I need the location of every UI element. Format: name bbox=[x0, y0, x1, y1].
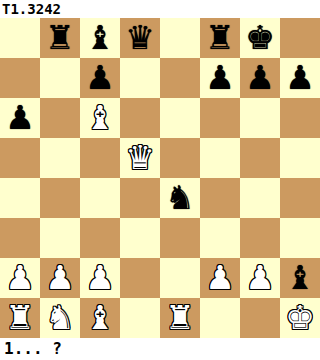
piece-white-pawn: ♟ bbox=[245, 258, 275, 298]
square-f3[interactable] bbox=[200, 218, 240, 258]
square-c2[interactable]: ♟ bbox=[80, 258, 120, 298]
square-c7[interactable]: ♟ bbox=[80, 58, 120, 98]
square-d6[interactable] bbox=[120, 98, 160, 138]
square-e6[interactable] bbox=[160, 98, 200, 138]
square-g1[interactable] bbox=[240, 298, 280, 338]
square-a8[interactable] bbox=[0, 18, 40, 58]
move-prompt: 1... ? bbox=[0, 338, 320, 360]
square-g6[interactable] bbox=[240, 98, 280, 138]
square-h1[interactable]: ♚ bbox=[280, 298, 320, 338]
square-e2[interactable] bbox=[160, 258, 200, 298]
square-b3[interactable] bbox=[40, 218, 80, 258]
piece-black-knight: ♞ bbox=[165, 178, 195, 218]
square-f6[interactable] bbox=[200, 98, 240, 138]
piece-black-bishop: ♝ bbox=[285, 258, 315, 298]
square-e1[interactable]: ♜ bbox=[160, 298, 200, 338]
piece-black-bishop: ♝ bbox=[85, 18, 115, 58]
square-d5[interactable]: ♛ bbox=[120, 138, 160, 178]
square-a1[interactable]: ♜ bbox=[0, 298, 40, 338]
square-e7[interactable] bbox=[160, 58, 200, 98]
square-e4[interactable]: ♞ bbox=[160, 178, 200, 218]
piece-white-queen: ♛ bbox=[125, 138, 155, 178]
piece-black-king: ♚ bbox=[245, 18, 275, 58]
square-h6[interactable] bbox=[280, 98, 320, 138]
square-d2[interactable] bbox=[120, 258, 160, 298]
square-c4[interactable] bbox=[80, 178, 120, 218]
square-h4[interactable] bbox=[280, 178, 320, 218]
square-a2[interactable]: ♟ bbox=[0, 258, 40, 298]
piece-white-knight: ♞ bbox=[45, 298, 75, 338]
square-d8[interactable]: ♛ bbox=[120, 18, 160, 58]
square-f8[interactable]: ♜ bbox=[200, 18, 240, 58]
puzzle-id: T1.3242 bbox=[0, 0, 320, 18]
piece-white-bishop: ♝ bbox=[85, 98, 115, 138]
square-b2[interactable]: ♟ bbox=[40, 258, 80, 298]
square-c5[interactable] bbox=[80, 138, 120, 178]
square-g3[interactable] bbox=[240, 218, 280, 258]
piece-white-rook: ♜ bbox=[5, 298, 35, 338]
piece-black-pawn: ♟ bbox=[285, 58, 315, 98]
square-g2[interactable]: ♟ bbox=[240, 258, 280, 298]
piece-white-pawn: ♟ bbox=[5, 258, 35, 298]
piece-white-pawn: ♟ bbox=[45, 258, 75, 298]
square-e8[interactable] bbox=[160, 18, 200, 58]
square-a5[interactable] bbox=[0, 138, 40, 178]
piece-white-rook: ♜ bbox=[165, 298, 195, 338]
square-e5[interactable] bbox=[160, 138, 200, 178]
square-a6[interactable]: ♟ bbox=[0, 98, 40, 138]
piece-black-rook: ♜ bbox=[205, 18, 235, 58]
square-b4[interactable] bbox=[40, 178, 80, 218]
square-e3[interactable] bbox=[160, 218, 200, 258]
square-c8[interactable]: ♝ bbox=[80, 18, 120, 58]
piece-white-pawn: ♟ bbox=[205, 258, 235, 298]
square-b8[interactable]: ♜ bbox=[40, 18, 80, 58]
square-g4[interactable] bbox=[240, 178, 280, 218]
piece-white-bishop: ♝ bbox=[85, 298, 115, 338]
square-b1[interactable]: ♞ bbox=[40, 298, 80, 338]
chess-board: ♜♝♛♜♚♟♟♟♟♟♝♛♞♟♟♟♟♟♝♜♞♝♜♚ bbox=[0, 18, 320, 338]
piece-white-king: ♚ bbox=[285, 298, 315, 338]
square-f5[interactable] bbox=[200, 138, 240, 178]
square-b5[interactable] bbox=[40, 138, 80, 178]
square-g8[interactable]: ♚ bbox=[240, 18, 280, 58]
square-c1[interactable]: ♝ bbox=[80, 298, 120, 338]
piece-black-pawn: ♟ bbox=[5, 98, 35, 138]
piece-black-pawn: ♟ bbox=[245, 58, 275, 98]
square-c6[interactable]: ♝ bbox=[80, 98, 120, 138]
piece-white-pawn: ♟ bbox=[85, 258, 115, 298]
square-h8[interactable] bbox=[280, 18, 320, 58]
square-f4[interactable] bbox=[200, 178, 240, 218]
square-d3[interactable] bbox=[120, 218, 160, 258]
square-h2[interactable]: ♝ bbox=[280, 258, 320, 298]
square-d4[interactable] bbox=[120, 178, 160, 218]
square-f7[interactable]: ♟ bbox=[200, 58, 240, 98]
square-d7[interactable] bbox=[120, 58, 160, 98]
square-c3[interactable] bbox=[80, 218, 120, 258]
square-f2[interactable]: ♟ bbox=[200, 258, 240, 298]
square-g7[interactable]: ♟ bbox=[240, 58, 280, 98]
piece-black-pawn: ♟ bbox=[85, 58, 115, 98]
square-b7[interactable] bbox=[40, 58, 80, 98]
square-h3[interactable] bbox=[280, 218, 320, 258]
square-h5[interactable] bbox=[280, 138, 320, 178]
piece-black-rook: ♜ bbox=[45, 18, 75, 58]
square-f1[interactable] bbox=[200, 298, 240, 338]
square-a7[interactable] bbox=[0, 58, 40, 98]
square-g5[interactable] bbox=[240, 138, 280, 178]
square-h7[interactable]: ♟ bbox=[280, 58, 320, 98]
square-b6[interactable] bbox=[40, 98, 80, 138]
piece-black-pawn: ♟ bbox=[205, 58, 235, 98]
square-a4[interactable] bbox=[0, 178, 40, 218]
square-d1[interactable] bbox=[120, 298, 160, 338]
square-a3[interactable] bbox=[0, 218, 40, 258]
piece-black-queen: ♛ bbox=[125, 18, 155, 58]
